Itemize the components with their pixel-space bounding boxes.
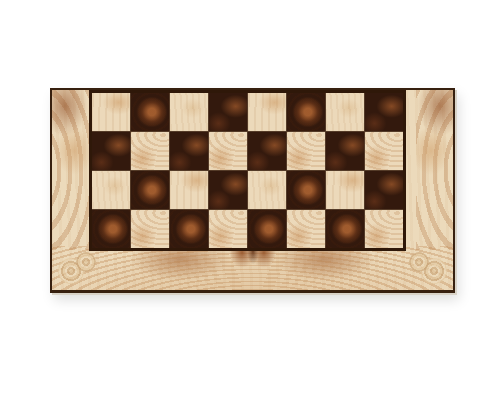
square-r4c1-dark <box>92 210 130 248</box>
chess-board <box>50 88 455 293</box>
square-r3c7-light <box>326 171 364 209</box>
square-r1c7-light <box>326 93 364 131</box>
square-r2c4-light <box>209 132 247 170</box>
square-r2c1-dark <box>92 132 130 170</box>
square-r2c8-light <box>365 132 403 170</box>
wood-grain-right-border <box>416 90 453 250</box>
square-r4c5-dark <box>248 210 286 248</box>
square-r3c5-light <box>248 171 286 209</box>
playing-area <box>89 90 406 251</box>
product-photo <box>0 0 500 400</box>
square-r4c7-dark <box>326 210 364 248</box>
square-r3c4-dark <box>209 171 247 209</box>
square-r3c1-light <box>92 171 130 209</box>
square-r2c3-dark <box>170 132 208 170</box>
corner-rosette <box>76 252 96 272</box>
square-r3c2-dark <box>131 171 169 209</box>
square-r4c8-light <box>365 210 403 248</box>
square-r3c8-dark <box>365 171 403 209</box>
square-r1c2-dark <box>131 93 169 131</box>
square-r2c7-dark <box>326 132 364 170</box>
square-r1c8-dark <box>365 93 403 131</box>
square-r2c2-light <box>131 132 169 170</box>
square-r1c6-dark <box>287 93 325 131</box>
square-r1c4-dark <box>209 93 247 131</box>
corner-rosette <box>409 252 429 272</box>
square-r3c3-light <box>170 171 208 209</box>
square-r1c1-light <box>92 93 130 131</box>
square-r1c3-light <box>170 93 208 131</box>
square-r4c2-light <box>131 210 169 248</box>
corner-rosette <box>58 258 84 284</box>
square-r4c3-dark <box>170 210 208 248</box>
square-r4c4-light <box>209 210 247 248</box>
wood-grain-bottom-border <box>52 246 453 290</box>
square-r3c6-dark <box>287 171 325 209</box>
square-r2c5-dark <box>248 132 286 170</box>
checker-grid <box>92 93 403 248</box>
corner-rosette <box>421 258 447 284</box>
square-r2c6-light <box>287 132 325 170</box>
square-r1c5-light <box>248 93 286 131</box>
wood-grain-left-border <box>52 90 89 250</box>
square-r4c6-light <box>287 210 325 248</box>
